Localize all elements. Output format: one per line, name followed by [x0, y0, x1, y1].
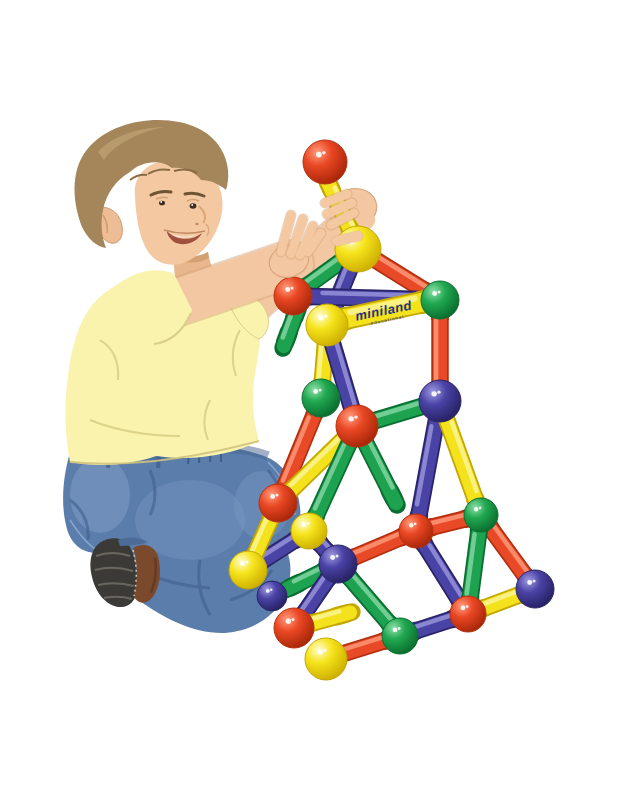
- toy-ball-red: [259, 484, 297, 522]
- ball-specular-highlight: [438, 291, 441, 294]
- toy-ball-purple: [419, 380, 461, 422]
- ball-specular-highlight: [316, 152, 322, 158]
- ball-specular-highlight: [246, 561, 249, 564]
- ball-specular-highlight: [285, 287, 290, 292]
- ball-specular-highlight: [409, 523, 413, 527]
- ball-specular-highlight: [291, 618, 294, 621]
- toy-ball-green: [421, 281, 459, 319]
- toy-ball-green: [464, 498, 498, 532]
- toy-ball-red: [399, 514, 433, 548]
- ball-specular-highlight: [291, 287, 294, 290]
- ball-specular-highlight: [437, 391, 440, 394]
- ball-specular-highlight: [432, 291, 437, 296]
- ball-specular-highlight: [479, 507, 482, 510]
- ball-specular-highlight: [348, 416, 353, 421]
- ball-specular-highlight: [461, 606, 466, 611]
- ball-specular-highlight: [323, 649, 326, 652]
- boy-head: [75, 120, 229, 265]
- toy-ball-purple: [516, 570, 554, 608]
- ball-specular-highlight: [398, 627, 401, 630]
- toy-ball-green: [302, 379, 340, 417]
- toy-ball-yellow: [229, 551, 267, 589]
- toy-ball-red: [274, 277, 312, 315]
- ball-specular-highlight: [240, 561, 245, 566]
- ball-specular-highlight: [276, 494, 279, 497]
- photo-scene: miniland educational: [0, 0, 620, 800]
- ball-specular-highlight: [270, 589, 272, 591]
- boy-thumb: [337, 236, 358, 241]
- toy-ball-yellow: [291, 513, 327, 549]
- ball-specular-highlight: [330, 555, 335, 560]
- ball-specular-highlight: [302, 523, 307, 528]
- ball-specular-highlight: [336, 555, 339, 558]
- ball-specular-highlight: [474, 507, 478, 511]
- ball-specular-highlight: [307, 522, 310, 525]
- ball-specular-highlight: [533, 580, 536, 583]
- ball-specular-highlight: [354, 416, 357, 419]
- toy-ball-purple: [257, 581, 287, 611]
- ball-specular-highlight: [393, 628, 398, 633]
- ball-specular-highlight: [527, 580, 532, 585]
- jeans-knee-highlight: [70, 457, 130, 533]
- ball-specular-highlight: [319, 389, 322, 392]
- ball-specular-highlight: [266, 589, 270, 593]
- product-photo: miniland educational: [0, 0, 620, 800]
- ball-specular-highlight: [270, 494, 275, 499]
- toy-ball-yellow: [305, 638, 347, 680]
- ball-specular-highlight: [317, 649, 322, 654]
- ball-specular-highlight: [318, 315, 323, 320]
- toy-apex: [303, 140, 347, 184]
- ball-specular-highlight: [466, 605, 469, 608]
- toy-ball-red: [450, 596, 486, 632]
- ball-specular-highlight: [286, 619, 291, 624]
- toy-ball-purple: [319, 545, 357, 583]
- ball-specular-highlight: [431, 391, 436, 396]
- toy-ball-red: [274, 608, 314, 648]
- toy-ball-red: [336, 405, 378, 447]
- toy-ball-red: [303, 140, 347, 184]
- ball-specular-highlight: [324, 315, 327, 318]
- ball-specular-highlight: [313, 389, 318, 394]
- ball-specular-highlight: [414, 523, 417, 526]
- ball-specular-highlight: [322, 151, 326, 155]
- toy-ball-green: [382, 618, 418, 654]
- toy-ball-yellow: [306, 304, 348, 346]
- boy-near-hand-fingers: [281, 215, 321, 255]
